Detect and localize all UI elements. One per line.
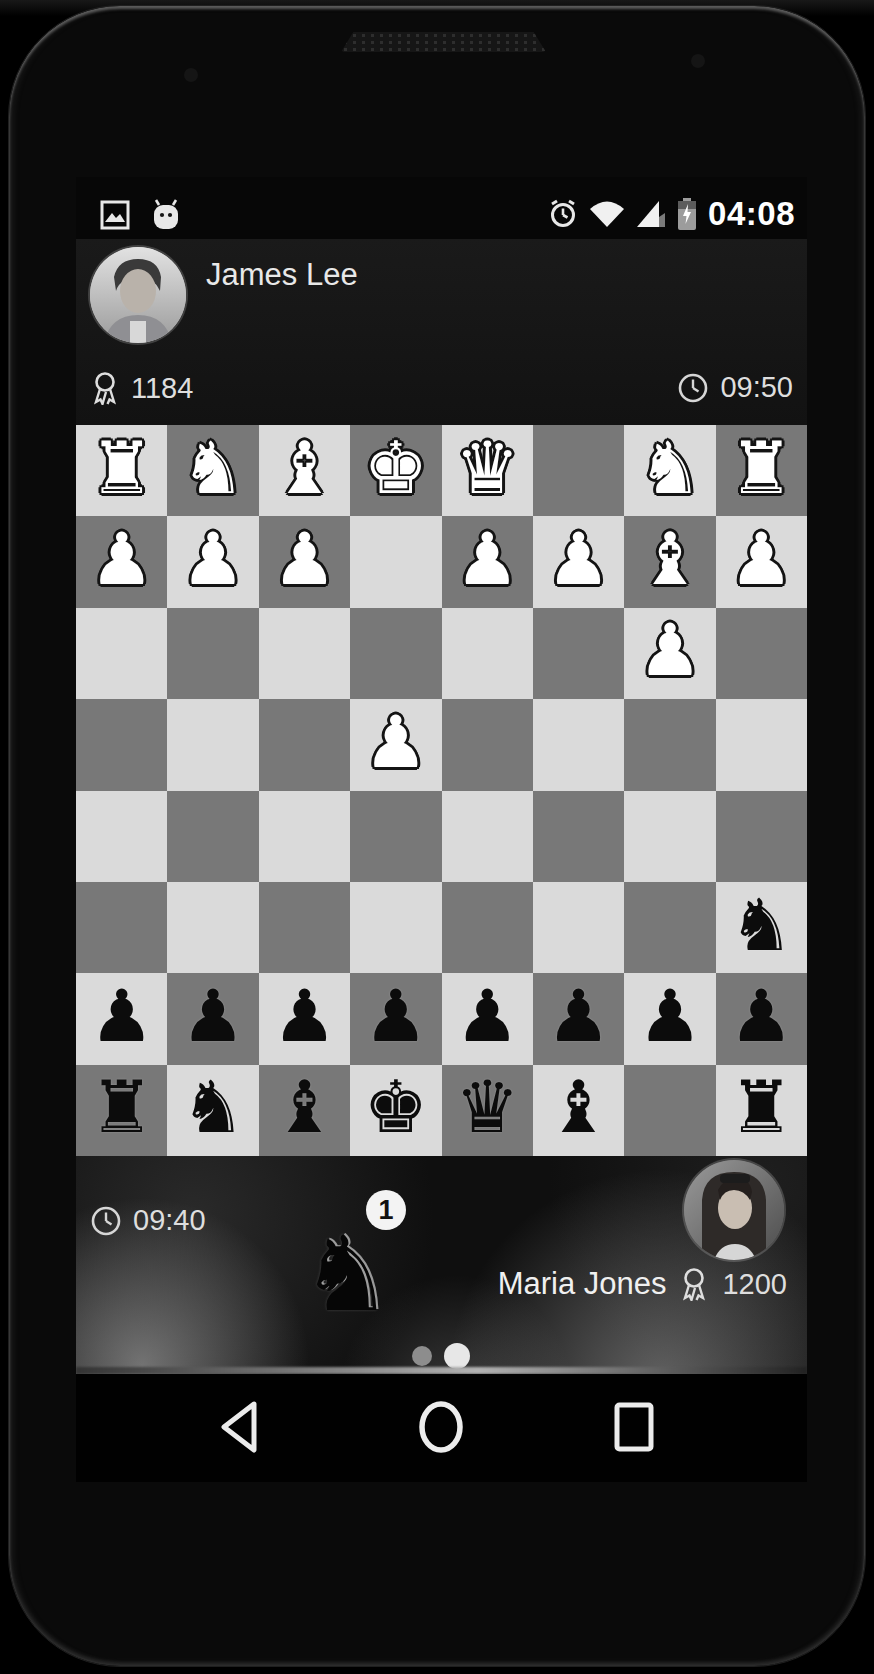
android-nav-bar xyxy=(76,1374,807,1482)
chess-piece-wB: ♝ xyxy=(272,432,337,504)
square[interactable] xyxy=(716,608,807,699)
earpiece-speaker xyxy=(341,32,546,52)
square[interactable] xyxy=(350,791,441,882)
chess-piece-wN: ♞ xyxy=(638,432,703,504)
clock-icon xyxy=(677,372,709,404)
square[interactable]: ♞ xyxy=(716,882,807,973)
pager-dot-active[interactable] xyxy=(444,1343,470,1369)
signal-icon xyxy=(636,200,666,228)
square[interactable]: ♟ xyxy=(442,516,533,607)
square[interactable]: ♞ xyxy=(167,1065,258,1156)
square[interactable]: ♟ xyxy=(167,516,258,607)
front-camera xyxy=(184,68,198,82)
square[interactable] xyxy=(533,425,624,516)
square[interactable] xyxy=(259,791,350,882)
chess-piece-wP: ♟ xyxy=(181,523,246,595)
square[interactable] xyxy=(533,791,624,882)
square[interactable]: ♟ xyxy=(533,516,624,607)
square[interactable] xyxy=(350,516,441,607)
square[interactable] xyxy=(350,608,441,699)
square[interactable] xyxy=(442,791,533,882)
square[interactable] xyxy=(624,699,715,790)
chess-piece-bP: ♟ xyxy=(638,980,703,1052)
square[interactable] xyxy=(76,608,167,699)
chess-piece-wB: ♝ xyxy=(638,523,703,595)
chess-piece-wR: ♜ xyxy=(89,432,154,504)
top-player-rating: 1184 xyxy=(131,372,193,405)
chess-piece-bP: ♟ xyxy=(729,980,794,1052)
square[interactable]: ♟ xyxy=(442,973,533,1064)
rating-medal-icon xyxy=(679,1267,709,1301)
square[interactable] xyxy=(167,791,258,882)
pager-dot-inactive[interactable] xyxy=(412,1346,432,1366)
square[interactable]: ♟ xyxy=(259,516,350,607)
square[interactable]: ♝ xyxy=(533,1065,624,1156)
square[interactable] xyxy=(716,699,807,790)
bottom-player-name: Maria Jones xyxy=(498,1266,667,1302)
chess-piece-bP: ♟ xyxy=(364,980,429,1052)
square[interactable]: ♜ xyxy=(76,425,167,516)
square[interactable]: ♟ xyxy=(350,973,441,1064)
capture-count-badge: 1 xyxy=(366,1190,406,1230)
chess-piece-wP: ♟ xyxy=(729,523,794,595)
chess-piece-bB: ♝ xyxy=(272,1071,337,1143)
phone-frame: 04:08 xyxy=(8,5,866,1667)
bottom-player-rating: 1200 xyxy=(722,1268,787,1301)
chess-piece-wP: ♟ xyxy=(364,706,429,778)
nav-recents-button[interactable] xyxy=(610,1400,658,1454)
page-indicator xyxy=(76,1340,807,1370)
status-bar: 04:08 xyxy=(76,177,807,239)
square[interactable]: ♛ xyxy=(442,1065,533,1156)
square[interactable] xyxy=(624,791,715,882)
square[interactable] xyxy=(442,882,533,973)
square[interactable] xyxy=(716,791,807,882)
wifi-icon xyxy=(589,200,625,228)
square[interactable]: ♟ xyxy=(259,973,350,1064)
square[interactable] xyxy=(259,699,350,790)
clock-icon xyxy=(90,1205,122,1237)
square[interactable]: ♚ xyxy=(350,1065,441,1156)
chess-piece-bR: ♜ xyxy=(89,1071,154,1143)
square[interactable] xyxy=(533,882,624,973)
square[interactable] xyxy=(624,1065,715,1156)
bottom-player-clock: 09:40 xyxy=(133,1204,206,1237)
chess-piece-wP: ♟ xyxy=(272,523,337,595)
chess-piece-bK: ♚ xyxy=(364,1071,429,1143)
captured-knight-piece: ♞ xyxy=(300,1222,393,1326)
square[interactable] xyxy=(533,608,624,699)
square[interactable]: ♞ xyxy=(624,425,715,516)
square[interactable] xyxy=(442,699,533,790)
chess-piece-bP: ♟ xyxy=(546,980,611,1052)
background-photo-edge xyxy=(76,1367,807,1374)
square[interactable]: ♟ xyxy=(350,699,441,790)
square[interactable]: ♝ xyxy=(259,1065,350,1156)
square[interactable]: ♟ xyxy=(716,516,807,607)
top-player-name: James Lee xyxy=(206,257,358,293)
square[interactable]: ♟ xyxy=(76,973,167,1064)
chess-piece-bP: ♟ xyxy=(455,980,520,1052)
square[interactable] xyxy=(76,791,167,882)
chess-piece-bR: ♜ xyxy=(729,1071,794,1143)
square[interactable] xyxy=(167,699,258,790)
square[interactable] xyxy=(259,608,350,699)
chess-piece-wN: ♞ xyxy=(181,432,246,504)
chess-piece-bP: ♟ xyxy=(181,980,246,1052)
square[interactable]: ♜ xyxy=(76,1065,167,1156)
square[interactable] xyxy=(76,882,167,973)
chess-piece-wR: ♜ xyxy=(729,432,794,504)
rating-medal-icon xyxy=(90,371,120,405)
bottom-player-avatar[interactable] xyxy=(684,1160,784,1260)
square[interactable]: ♟ xyxy=(533,973,624,1064)
square[interactable]: ♜ xyxy=(716,425,807,516)
chess-piece-wP: ♟ xyxy=(455,523,520,595)
square[interactable]: ♟ xyxy=(624,973,715,1064)
square[interactable] xyxy=(442,608,533,699)
nav-home-button[interactable] xyxy=(417,1400,465,1454)
android-notification-icon xyxy=(150,199,182,231)
square[interactable]: ♝ xyxy=(259,425,350,516)
square[interactable] xyxy=(167,608,258,699)
square[interactable] xyxy=(350,882,441,973)
square[interactable]: ♟ xyxy=(716,973,807,1064)
chess-piece-wP: ♟ xyxy=(546,523,611,595)
top-player-panel: James Lee 1184 xyxy=(76,239,807,425)
square[interactable] xyxy=(259,882,350,973)
proximity-sensor xyxy=(691,54,705,68)
square[interactable]: ♟ xyxy=(167,973,258,1064)
square[interactable]: ♝ xyxy=(624,516,715,607)
bottom-player-panel: 09:40 ♞ 1 xyxy=(76,1156,807,1374)
chess-piece-bQ: ♛ xyxy=(455,1071,520,1143)
chess-piece-bP: ♟ xyxy=(272,980,337,1052)
square[interactable]: ♞ xyxy=(167,425,258,516)
square[interactable]: ♚ xyxy=(350,425,441,516)
battery-charging-icon xyxy=(677,198,697,230)
square[interactable]: ♟ xyxy=(624,608,715,699)
gallery-notification-icon xyxy=(100,200,130,230)
square[interactable]: ♛ xyxy=(442,425,533,516)
chess-board[interactable]: ♜♞♝♚♛♞♜♟♟♟♟♟♝♟♟♟♞♟♟♟♟♟♟♟♟♜♞♝♚♛♝♜ xyxy=(76,425,807,1156)
square[interactable] xyxy=(76,699,167,790)
nav-back-button[interactable] xyxy=(216,1400,264,1454)
chess-piece-bN: ♞ xyxy=(181,1071,246,1143)
square[interactable]: ♜ xyxy=(716,1065,807,1156)
square[interactable] xyxy=(624,882,715,973)
square[interactable] xyxy=(167,882,258,973)
screen: 04:08 xyxy=(76,177,807,1482)
chess-piece-bP: ♟ xyxy=(89,980,154,1052)
top-player-avatar[interactable] xyxy=(90,247,186,343)
chess-piece-bB: ♝ xyxy=(546,1071,611,1143)
square[interactable]: ♟ xyxy=(76,516,167,607)
alarm-icon xyxy=(548,199,578,229)
status-time: 04:08 xyxy=(708,195,795,233)
top-player-clock: 09:50 xyxy=(720,371,793,404)
chess-piece-wK: ♚ xyxy=(364,432,429,504)
chess-piece-bN: ♞ xyxy=(729,889,794,961)
chess-piece-wP: ♟ xyxy=(89,523,154,595)
chess-piece-wP: ♟ xyxy=(638,614,703,686)
backdrop: 04:08 xyxy=(0,0,874,1674)
square[interactable] xyxy=(533,699,624,790)
chess-piece-wQ: ♛ xyxy=(455,432,520,504)
